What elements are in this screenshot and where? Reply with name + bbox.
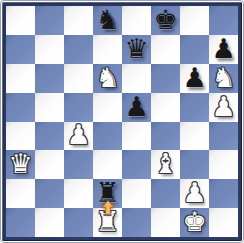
square-e7[interactable]: ♛: [122, 35, 151, 64]
square-h7[interactable]: ♟: [209, 35, 238, 64]
square-b3[interactable]: [35, 150, 64, 179]
square-d2[interactable]: ♜: [93, 179, 122, 208]
piece-white-pawn-h5[interactable]: ♟: [211, 93, 235, 120]
piece-white-bishop-f3[interactable]: ♝: [153, 150, 177, 177]
square-a6[interactable]: [6, 64, 35, 93]
square-g6[interactable]: ♟: [180, 64, 209, 93]
square-d8[interactable]: ♞: [93, 6, 122, 35]
square-a3[interactable]: ♛: [6, 150, 35, 179]
square-c8[interactable]: [64, 6, 93, 35]
square-h5[interactable]: ♟: [209, 93, 238, 122]
board-border: ♞♚♛♟♞♟♞♟♟♟♛♝♜♟♜♚: [2, 2, 242, 241]
square-f6[interactable]: [151, 64, 180, 93]
square-h2[interactable]: [209, 179, 238, 208]
square-a2[interactable]: [6, 179, 35, 208]
square-g3[interactable]: [180, 150, 209, 179]
square-c6[interactable]: [64, 64, 93, 93]
square-f7[interactable]: [151, 35, 180, 64]
piece-black-king-f8[interactable]: ♚: [153, 6, 177, 33]
square-f1[interactable]: [151, 208, 180, 237]
square-e3[interactable]: [122, 150, 151, 179]
square-c1[interactable]: [64, 208, 93, 237]
square-e4[interactable]: [122, 122, 151, 151]
square-a8[interactable]: [6, 6, 35, 35]
square-d5[interactable]: [93, 93, 122, 122]
square-e6[interactable]: [122, 64, 151, 93]
square-c5[interactable]: [64, 93, 93, 122]
piece-black-pawn-e5[interactable]: ♟: [124, 93, 148, 120]
square-e8[interactable]: [122, 6, 151, 35]
square-d7[interactable]: [93, 35, 122, 64]
piece-black-queen-e7[interactable]: ♛: [124, 35, 148, 62]
square-f5[interactable]: [151, 93, 180, 122]
square-c2[interactable]: [64, 179, 93, 208]
square-a7[interactable]: [6, 35, 35, 64]
piece-white-rook-d1[interactable]: ♜: [95, 208, 119, 235]
square-h4[interactable]: [209, 122, 238, 151]
square-b2[interactable]: [35, 179, 64, 208]
piece-white-king-g1[interactable]: ♚: [182, 208, 206, 235]
square-a1[interactable]: [6, 208, 35, 237]
square-d3[interactable]: [93, 150, 122, 179]
square-a5[interactable]: [6, 93, 35, 122]
square-g5[interactable]: [180, 93, 209, 122]
chess-board: ♞♚♛♟♞♟♞♟♟♟♛♝♜♟♜♚: [6, 6, 238, 237]
square-e5[interactable]: ♟: [122, 93, 151, 122]
diagram-frame: ♞♚♛♟♞♟♞♟♟♟♛♝♜♟♜♚: [0, 0, 244, 243]
square-d1[interactable]: ♜: [93, 208, 122, 237]
square-f2[interactable]: [151, 179, 180, 208]
square-g4[interactable]: [180, 122, 209, 151]
piece-white-pawn-g2[interactable]: ♟: [182, 179, 206, 206]
square-d6[interactable]: ♞: [93, 64, 122, 93]
square-a4[interactable]: [6, 122, 35, 151]
square-h1[interactable]: [209, 208, 238, 237]
square-b4[interactable]: [35, 122, 64, 151]
square-c7[interactable]: [64, 35, 93, 64]
square-g8[interactable]: [180, 6, 209, 35]
piece-black-pawn-g6[interactable]: ♟: [182, 64, 206, 91]
square-c3[interactable]: [64, 150, 93, 179]
square-f3[interactable]: ♝: [151, 150, 180, 179]
piece-white-knight-d6[interactable]: ♞: [95, 64, 119, 91]
square-b1[interactable]: [35, 208, 64, 237]
square-f8[interactable]: ♚: [151, 6, 180, 35]
square-g7[interactable]: [180, 35, 209, 64]
square-h6[interactable]: ♞: [209, 64, 238, 93]
square-b6[interactable]: [35, 64, 64, 93]
square-h8[interactable]: [209, 6, 238, 35]
piece-black-knight-d8[interactable]: ♞: [95, 6, 119, 33]
square-c4[interactable]: ♟: [64, 122, 93, 151]
square-g1[interactable]: ♚: [180, 208, 209, 237]
square-h3[interactable]: [209, 150, 238, 179]
piece-black-pawn-h7[interactable]: ♟: [211, 35, 235, 62]
square-e1[interactable]: [122, 208, 151, 237]
square-f4[interactable]: [151, 122, 180, 151]
square-b8[interactable]: [35, 6, 64, 35]
square-g2[interactable]: ♟: [180, 179, 209, 208]
square-e2[interactable]: [122, 179, 151, 208]
square-d4[interactable]: [93, 122, 122, 151]
piece-white-pawn-c4[interactable]: ♟: [66, 121, 90, 148]
piece-black-rook-d2[interactable]: ♜: [95, 179, 119, 206]
piece-white-queen-a3[interactable]: ♛: [8, 150, 32, 177]
square-b5[interactable]: [35, 93, 64, 122]
piece-white-knight-h6[interactable]: ♞: [211, 64, 235, 91]
square-b7[interactable]: [35, 35, 64, 64]
